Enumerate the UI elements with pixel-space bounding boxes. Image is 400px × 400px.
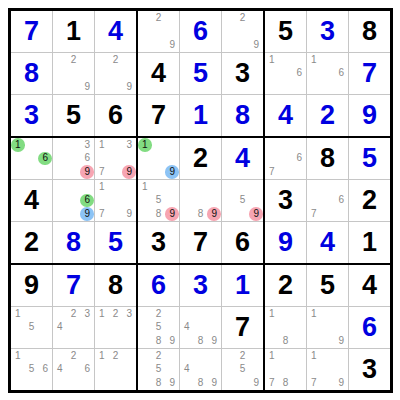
empty-candidate-slot <box>152 25 166 39</box>
solved-digit: 2 <box>320 102 335 129</box>
candidate-1-highlight-green[interactable]: 1 <box>138 138 152 152</box>
cell-r7c4[interactable]: 6 <box>138 265 179 306</box>
empty-candidate-slot <box>11 363 25 377</box>
empty-candidate-slot <box>67 207 81 221</box>
candidate-5[interactable]: 5 <box>152 363 166 377</box>
cell-r3c4[interactable]: 7 <box>138 95 179 136</box>
candidate-1[interactable]: 1 <box>11 307 25 321</box>
candidate-9[interactable]: 9 <box>165 38 179 52</box>
box-6: 67853672941 <box>265 138 390 263</box>
candidate-9-highlight-pink[interactable]: 9 <box>122 165 136 179</box>
cell-r3c9[interactable]: 9 <box>349 95 390 136</box>
cell-r6c9[interactable]: 1 <box>349 222 390 263</box>
candidate-2[interactable]: 2 <box>67 53 81 67</box>
candidate-1[interactable]: 1 <box>11 349 25 363</box>
empty-candidate-slot <box>53 67 67 81</box>
empty-candidate-slot <box>194 194 208 208</box>
empty-candidate-slot <box>180 334 194 348</box>
cell-r6c6[interactable]: 6 <box>222 222 263 263</box>
cell-r9c6[interactable]: 259 <box>222 349 263 390</box>
empty-candidate-slot <box>109 165 123 179</box>
candidate-1[interactable]: 1 <box>307 307 321 321</box>
given-digit: 3 <box>235 60 250 87</box>
candidate-9[interactable]: 9 <box>165 334 179 348</box>
empty-candidate-slot <box>138 194 152 208</box>
candidate-1[interactable]: 1 <box>95 307 109 321</box>
cell-r1c1[interactable]: 7 <box>11 11 52 52</box>
empty-candidate-slot <box>222 25 236 39</box>
empty-candidate-slot <box>67 334 81 348</box>
cell-r1c3[interactable]: 4 <box>95 11 136 52</box>
solved-digit: 7 <box>362 60 377 87</box>
candidate-7[interactable]: 7 <box>95 165 109 179</box>
candidate-1[interactable]: 1 <box>95 138 109 152</box>
cell-r5c4[interactable]: 1589 <box>138 180 179 221</box>
candidate-grid: 16 <box>307 53 348 94</box>
cell-r4c3[interactable]: 1379 <box>95 138 136 179</box>
candidate-grid: 179 <box>95 180 136 221</box>
cell-r1c2[interactable]: 1 <box>53 11 94 52</box>
candidate-8[interactable]: 8 <box>194 207 208 221</box>
empty-candidate-slot <box>53 80 67 94</box>
empty-candidate-slot <box>321 334 335 348</box>
candidate-1[interactable]: 1 <box>265 53 279 67</box>
empty-candidate-slot <box>53 349 67 363</box>
cell-r3c2[interactable]: 5 <box>53 95 94 136</box>
empty-candidate-slot <box>194 321 208 335</box>
candidate-9[interactable]: 9 <box>334 334 348 348</box>
empty-candidate-slot <box>25 152 39 166</box>
empty-candidate-slot <box>53 334 67 348</box>
cell-r5c8[interactable]: 67 <box>307 180 348 221</box>
empty-candidate-slot <box>307 80 321 94</box>
empty-candidate-slot <box>152 180 166 194</box>
cell-r9c8[interactable]: 179 <box>307 349 348 390</box>
candidate-4[interactable]: 4 <box>180 363 194 377</box>
cell-r6c2[interactable]: 8 <box>53 222 94 263</box>
candidate-8[interactable]: 8 <box>279 376 293 390</box>
empty-candidate-slot <box>38 138 52 152</box>
cell-r9c7[interactable]: 178 <box>265 349 306 390</box>
cell-r9c9[interactable]: 3 <box>349 349 390 390</box>
candidate-3[interactable]: 3 <box>80 307 94 321</box>
empty-candidate-slot <box>334 207 348 221</box>
candidate-1[interactable]: 1 <box>265 307 279 321</box>
cell-r4c7[interactable]: 67 <box>265 138 306 179</box>
candidate-5[interactable]: 5 <box>25 321 39 335</box>
candidate-9[interactable]: 9 <box>80 80 94 94</box>
empty-candidate-slot <box>152 38 166 52</box>
candidate-9[interactable]: 9 <box>207 376 221 390</box>
cell-r8c4[interactable]: 2589 <box>138 307 179 348</box>
cell-r6c4[interactable]: 3 <box>138 222 179 263</box>
candidate-grid: 67 <box>307 180 348 221</box>
candidate-1[interactable]: 1 <box>95 349 109 363</box>
candidate-9-highlight-blue[interactable]: 9 <box>80 207 94 221</box>
empty-candidate-slot <box>152 165 166 179</box>
cell-r5c2[interactable]: 69 <box>53 180 94 221</box>
candidate-3[interactable]: 3 <box>122 138 136 152</box>
candidate-6[interactable]: 6 <box>80 363 94 377</box>
candidate-8[interactable]: 8 <box>152 207 166 221</box>
empty-candidate-slot <box>279 363 293 377</box>
candidate-grid: 178 <box>265 349 306 390</box>
empty-candidate-slot <box>165 363 179 377</box>
box-1: 71482929356 <box>11 11 136 136</box>
cell-r9c1[interactable]: 156 <box>11 349 52 390</box>
solved-digit: 8 <box>235 102 250 129</box>
candidate-grid: 19 <box>138 138 179 179</box>
cell-r9c2[interactable]: 246 <box>53 349 94 390</box>
candidate-grid: 369 <box>53 138 94 179</box>
cell-r9c5[interactable]: 489 <box>180 349 221 390</box>
candidate-6[interactable]: 6 <box>80 152 94 166</box>
box-8: 631258948972589489259 <box>138 265 263 390</box>
candidate-2[interactable]: 2 <box>109 349 123 363</box>
box-2: 29629453718 <box>138 11 263 136</box>
given-digit: 3 <box>362 356 377 383</box>
cell-r2c1[interactable]: 8 <box>11 53 52 94</box>
cell-r6c3[interactable]: 5 <box>95 222 136 263</box>
candidate-grid: 29 <box>222 11 263 52</box>
empty-candidate-slot <box>11 165 25 179</box>
cell-r2c9[interactable]: 7 <box>349 53 390 94</box>
empty-candidate-slot <box>165 25 179 39</box>
candidate-4[interactable]: 4 <box>53 321 67 335</box>
given-digit: 4 <box>362 272 377 299</box>
empty-candidate-slot <box>321 53 335 67</box>
cell-r2c7[interactable]: 16 <box>265 53 306 94</box>
cell-r5c6[interactable]: 59 <box>222 180 263 221</box>
empty-candidate-slot <box>321 194 335 208</box>
candidate-2[interactable]: 2 <box>67 307 81 321</box>
cell-r3c3[interactable]: 6 <box>95 95 136 136</box>
empty-candidate-slot <box>249 25 263 39</box>
candidate-2[interactable]: 2 <box>236 11 250 25</box>
candidate-2[interactable]: 2 <box>109 307 123 321</box>
candidate-2[interactable]: 2 <box>152 349 166 363</box>
cell-r7c2[interactable]: 7 <box>53 265 94 306</box>
empty-candidate-slot <box>334 321 348 335</box>
empty-candidate-slot <box>279 138 293 152</box>
empty-candidate-slot <box>307 321 321 335</box>
empty-candidate-slot <box>207 321 221 335</box>
given-digit: 6 <box>108 102 123 129</box>
cell-r1c4[interactable]: 29 <box>138 11 179 52</box>
empty-candidate-slot <box>222 207 236 221</box>
empty-candidate-slot <box>279 152 293 166</box>
empty-candidate-slot <box>334 80 348 94</box>
candidate-7[interactable]: 7 <box>265 376 279 390</box>
candidate-6[interactable]: 6 <box>292 152 306 166</box>
cell-r3c1[interactable]: 3 <box>11 95 52 136</box>
empty-candidate-slot <box>138 11 152 25</box>
candidate-1[interactable]: 1 <box>265 349 279 363</box>
cell-r1c6[interactable]: 29 <box>222 11 263 52</box>
cell-r2c4[interactable]: 4 <box>138 53 179 94</box>
candidate-grid: 259 <box>222 349 263 390</box>
candidate-8[interactable]: 8 <box>279 334 293 348</box>
cell-r4c5[interactable]: 2 <box>180 138 221 179</box>
candidate-7[interactable]: 7 <box>307 376 321 390</box>
candidate-8[interactable]: 8 <box>152 376 166 390</box>
candidate-2[interactable]: 2 <box>236 349 250 363</box>
candidate-grid: 18 <box>265 307 306 348</box>
empty-candidate-slot <box>67 363 81 377</box>
candidate-3[interactable]: 3 <box>122 307 136 321</box>
cell-r6c8[interactable]: 4 <box>307 222 348 263</box>
candidate-1[interactable]: 1 <box>307 349 321 363</box>
empty-candidate-slot <box>279 67 293 81</box>
cell-r5c9[interactable]: 2 <box>349 180 390 221</box>
cell-r2c6[interactable]: 3 <box>222 53 263 94</box>
candidate-6[interactable]: 6 <box>334 67 348 81</box>
empty-candidate-slot <box>321 321 335 335</box>
candidate-9[interactable]: 9 <box>165 376 179 390</box>
candidate-6[interactable]: 6 <box>292 67 306 81</box>
empty-candidate-slot <box>207 349 221 363</box>
empty-candidate-slot <box>236 180 250 194</box>
empty-candidate-slot <box>109 321 123 335</box>
empty-candidate-slot <box>38 165 52 179</box>
solved-digit: 4 <box>278 102 293 129</box>
candidate-1[interactable]: 1 <box>307 53 321 67</box>
solved-digit: 8 <box>24 60 39 87</box>
cell-r4c9[interactable]: 5 <box>349 138 390 179</box>
empty-candidate-slot <box>109 363 123 377</box>
cell-r3c8[interactable]: 2 <box>307 95 348 136</box>
empty-candidate-slot <box>194 363 208 377</box>
candidate-2[interactable]: 2 <box>152 11 166 25</box>
cell-r6c1[interactable]: 2 <box>11 222 52 263</box>
empty-candidate-slot <box>165 11 179 25</box>
empty-candidate-slot <box>334 363 348 377</box>
candidate-6-highlight-green[interactable]: 6 <box>80 194 94 208</box>
candidate-grid: 123 <box>95 307 136 348</box>
candidate-5[interactable]: 5 <box>236 194 250 208</box>
cell-r3c6[interactable]: 8 <box>222 95 263 136</box>
given-digit: 2 <box>278 272 293 299</box>
cell-r8c9[interactable]: 6 <box>349 307 390 348</box>
cell-r1c9[interactable]: 8 <box>349 11 390 52</box>
empty-candidate-slot <box>194 307 208 321</box>
empty-candidate-slot <box>180 207 194 221</box>
cell-r3c5[interactable]: 1 <box>180 95 221 136</box>
empty-candidate-slot <box>80 321 94 335</box>
empty-candidate-slot <box>265 152 279 166</box>
candidate-7[interactable]: 7 <box>95 207 109 221</box>
cell-r5c3[interactable]: 179 <box>95 180 136 221</box>
empty-candidate-slot <box>109 80 123 94</box>
candidate-2[interactable]: 2 <box>109 53 123 67</box>
cell-r8c8[interactable]: 19 <box>307 307 348 348</box>
cell-r1c8[interactable]: 3 <box>307 11 348 52</box>
empty-candidate-slot <box>53 53 67 67</box>
cell-r7c7[interactable]: 2 <box>265 265 306 306</box>
empty-candidate-slot <box>249 363 263 377</box>
candidate-5[interactable]: 5 <box>152 321 166 335</box>
cell-r7c3[interactable]: 8 <box>95 265 136 306</box>
candidate-9[interactable]: 9 <box>122 80 136 94</box>
given-digit: 3 <box>278 187 293 214</box>
candidate-grid: 179 <box>307 349 348 390</box>
cell-r6c7[interactable]: 9 <box>265 222 306 263</box>
candidate-6[interactable]: 6 <box>38 363 52 377</box>
cell-r7c6[interactable]: 1 <box>222 265 263 306</box>
cell-r5c5[interactable]: 89 <box>180 180 221 221</box>
cell-r8c7[interactable]: 18 <box>265 307 306 348</box>
candidate-8[interactable]: 8 <box>152 334 166 348</box>
empty-candidate-slot <box>321 180 335 194</box>
empty-candidate-slot <box>222 349 236 363</box>
cell-r3c7[interactable]: 4 <box>265 95 306 136</box>
empty-candidate-slot <box>307 67 321 81</box>
empty-candidate-slot <box>222 376 236 390</box>
empty-candidate-slot <box>165 152 179 166</box>
empty-candidate-slot <box>109 376 123 390</box>
candidate-2[interactable]: 2 <box>67 349 81 363</box>
candidate-9[interactable]: 9 <box>249 38 263 52</box>
solved-digit: 4 <box>320 229 335 256</box>
candidate-6[interactable]: 6 <box>334 194 348 208</box>
candidate-6-highlight-green[interactable]: 6 <box>38 152 52 166</box>
candidate-7[interactable]: 7 <box>307 207 321 221</box>
empty-candidate-slot <box>138 363 152 377</box>
cell-r4c8[interactable]: 8 <box>307 138 348 179</box>
cell-r6c5[interactable]: 7 <box>180 222 221 263</box>
empty-candidate-slot <box>95 67 109 81</box>
cell-r7c9[interactable]: 4 <box>349 265 390 306</box>
empty-candidate-slot <box>292 307 306 321</box>
empty-candidate-slot <box>122 53 136 67</box>
cell-r8c6[interactable]: 7 <box>222 307 263 348</box>
candidate-1-highlight-green[interactable]: 1 <box>11 138 25 152</box>
cell-r4c2[interactable]: 369 <box>53 138 94 179</box>
solved-digit: 3 <box>193 272 208 299</box>
candidate-2[interactable]: 2 <box>152 307 166 321</box>
cell-r8c5[interactable]: 489 <box>180 307 221 348</box>
candidate-grid: 246 <box>53 349 94 390</box>
cell-r7c8[interactable]: 5 <box>307 265 348 306</box>
candidate-4[interactable]: 4 <box>53 363 67 377</box>
empty-candidate-slot <box>292 334 306 348</box>
empty-candidate-slot <box>152 138 166 152</box>
candidate-9[interactable]: 9 <box>207 334 221 348</box>
cell-r7c5[interactable]: 3 <box>180 265 221 306</box>
cell-r1c7[interactable]: 5 <box>265 11 306 52</box>
cell-r4c6[interactable]: 4 <box>222 138 263 179</box>
solved-digit: 1 <box>193 102 208 129</box>
candidate-9-highlight-pink[interactable]: 9 <box>207 207 221 221</box>
cell-r9c3[interactable]: 12 <box>95 349 136 390</box>
cell-r8c2[interactable]: 234 <box>53 307 94 348</box>
candidate-7[interactable]: 7 <box>265 165 279 179</box>
empty-candidate-slot <box>109 180 123 194</box>
given-digit: 4 <box>151 60 166 87</box>
empty-candidate-slot <box>53 165 67 179</box>
empty-candidate-slot <box>165 349 179 363</box>
solved-digit: 5 <box>362 145 377 172</box>
given-digit: 6 <box>235 229 250 256</box>
empty-candidate-slot <box>138 165 152 179</box>
empty-candidate-slot <box>279 165 293 179</box>
empty-candidate-slot <box>95 376 109 390</box>
candidate-9[interactable]: 9 <box>122 207 136 221</box>
candidate-5[interactable]: 5 <box>152 194 166 208</box>
cell-r2c8[interactable]: 16 <box>307 53 348 94</box>
candidate-9[interactable]: 9 <box>249 376 263 390</box>
empty-candidate-slot <box>180 376 194 390</box>
cell-r8c3[interactable]: 123 <box>95 307 136 348</box>
candidate-1[interactable]: 1 <box>138 180 152 194</box>
empty-candidate-slot <box>236 376 250 390</box>
empty-candidate-slot <box>122 67 136 81</box>
empty-candidate-slot <box>279 307 293 321</box>
empty-candidate-slot <box>95 152 109 166</box>
empty-candidate-slot <box>292 80 306 94</box>
empty-candidate-slot <box>38 307 52 321</box>
cell-r7c1[interactable]: 9 <box>11 265 52 306</box>
cell-r2c2[interactable]: 29 <box>53 53 94 94</box>
candidate-9-highlight-blue[interactable]: 9 <box>165 165 179 179</box>
empty-candidate-slot <box>321 363 335 377</box>
given-digit: 2 <box>362 187 377 214</box>
empty-candidate-slot <box>307 194 321 208</box>
candidate-9-highlight-pink[interactable]: 9 <box>249 207 263 221</box>
candidate-9-highlight-pink[interactable]: 9 <box>80 165 94 179</box>
given-digit: 2 <box>193 145 208 172</box>
empty-candidate-slot <box>249 11 263 25</box>
empty-candidate-slot <box>122 334 136 348</box>
candidate-5[interactable]: 5 <box>25 363 39 377</box>
empty-candidate-slot <box>122 349 136 363</box>
solved-digit: 4 <box>108 18 123 45</box>
empty-candidate-slot <box>265 67 279 81</box>
cell-r2c3[interactable]: 29 <box>95 53 136 94</box>
empty-candidate-slot <box>321 376 335 390</box>
candidate-1[interactable]: 1 <box>95 180 109 194</box>
empty-candidate-slot <box>265 321 279 335</box>
cell-r2c5[interactable]: 5 <box>180 53 221 94</box>
candidate-9-highlight-pink[interactable]: 9 <box>165 207 179 221</box>
cell-r1c5[interactable]: 6 <box>180 11 221 52</box>
candidate-8[interactable]: 8 <box>194 334 208 348</box>
empty-candidate-slot <box>165 321 179 335</box>
empty-candidate-slot <box>109 138 123 152</box>
cell-r4c4[interactable]: 19 <box>138 138 179 179</box>
cell-r9c4[interactable]: 2589 <box>138 349 179 390</box>
empty-candidate-slot <box>38 321 52 335</box>
candidate-8[interactable]: 8 <box>194 376 208 390</box>
cell-r5c7[interactable]: 3 <box>265 180 306 221</box>
empty-candidate-slot <box>279 80 293 94</box>
candidate-5[interactable]: 5 <box>236 363 250 377</box>
candidate-9[interactable]: 9 <box>334 376 348 390</box>
empty-candidate-slot <box>265 138 279 152</box>
cell-r5c1[interactable]: 4 <box>11 180 52 221</box>
empty-candidate-slot <box>38 349 52 363</box>
empty-candidate-slot <box>279 53 293 67</box>
candidate-4[interactable]: 4 <box>180 321 194 335</box>
empty-candidate-slot <box>25 138 39 152</box>
solved-digit: 5 <box>108 229 123 256</box>
cell-r8c1[interactable]: 15 <box>11 307 52 348</box>
candidate-3[interactable]: 3 <box>80 138 94 152</box>
cell-r4c1[interactable]: 16 <box>11 138 52 179</box>
empty-candidate-slot <box>138 321 152 335</box>
empty-candidate-slot <box>321 207 335 221</box>
empty-candidate-slot <box>279 321 293 335</box>
